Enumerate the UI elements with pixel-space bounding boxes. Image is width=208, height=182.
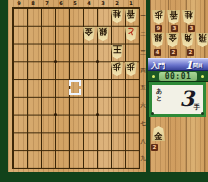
file-label: 7 [40,0,54,7]
piece-kanji: 桂 [113,9,121,19]
hand-count-knight: 3 [188,25,195,32]
piece-kanji: 歩 [113,62,121,72]
info-bar: 入門 1 問目 [148,58,208,71]
file-label: 8 [26,0,40,7]
remaining-number: 3 [179,86,194,112]
file-label: 2 [110,0,124,7]
piece-kanji: と [127,27,135,37]
board-cursor[interactable] [69,80,81,95]
shogi-game-screen: 9 8 7 6 5 4 3 2 1 一 二 三 四 五 六 七 八 九 桂 香 … [0,0,208,182]
piece-kanji: 銀 [99,27,107,37]
hoshi-dot [96,60,99,63]
rank-label: 九 [139,155,147,162]
piece-kanji: 歩 [127,62,135,72]
rank-label: 七 [139,120,147,127]
rank-label: 五 [139,84,147,91]
piece-kanji: 香 [127,9,135,19]
file-label: 9 [12,0,26,7]
piece-kanji: 銀 [153,33,161,43]
hoshi-dot [54,113,57,116]
panel-screw-left [151,112,154,115]
remaining-prefix: あと [156,88,163,101]
piece-kanji: 金 [154,132,162,142]
timer-value: 00:01 [159,72,197,81]
hoshi-dot [54,60,57,63]
problem-number-suffix: 問目 [193,62,203,68]
timer-dot-left [152,75,155,78]
rank-label: 八 [139,138,147,145]
moves-remaining-panel: あと 3 手 [149,82,206,117]
rank-label: 三 [139,49,147,56]
hoshi-dot [96,113,99,116]
timer-dot-right [201,75,204,78]
file-label: 6 [54,0,68,7]
remaining-suffix: 手 [194,103,201,112]
rank-label: 六 [139,102,147,109]
piece-kanji: 王 [112,45,121,55]
hand-count-pawn: 9 [155,25,162,32]
piece-kanji: 飛 [198,33,206,43]
hand-count-gold: 2 [170,49,177,56]
file-label: 3 [96,0,110,7]
piece-kanji: 角 [183,33,191,43]
piece-kanji: 香 [169,10,177,20]
hand-count-silver: 4 [154,49,161,56]
file-label: 1 [124,0,138,7]
rank-label: 二 [139,31,147,38]
hand-count-bishop: 2 [187,49,194,56]
hand-count-lance: 3 [171,25,178,32]
mode-label: 入門 [151,61,165,71]
piece-kanji: 桂 [184,10,192,20]
piece-kanji: 金 [168,33,176,43]
piece-kanji: 金 [85,27,93,37]
file-label: 4 [82,0,96,7]
rank-label: 四 [139,67,147,74]
sente-hand-count-gold: 2 [151,144,158,151]
piece-kanji: 歩 [154,10,162,20]
panel-screw-right [201,112,204,115]
file-label: 5 [68,0,82,7]
rank-label: 一 [139,13,147,20]
timer-bar: 00:01 [148,71,208,82]
